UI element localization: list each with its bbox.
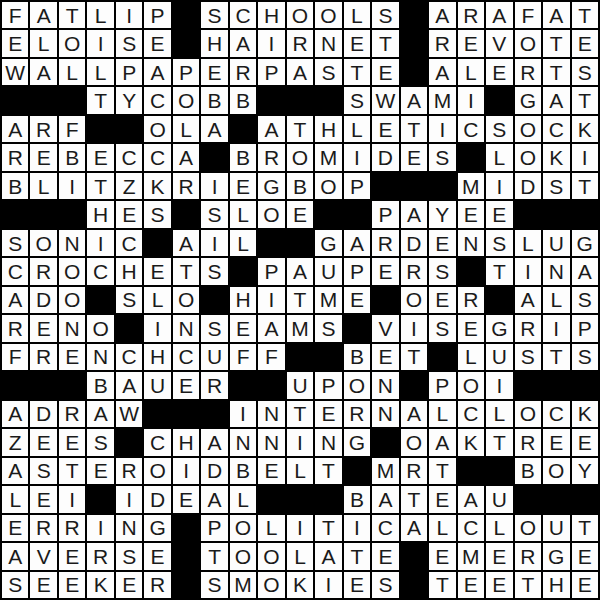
letter-cell-r12c1[interactable]: R — [2, 315, 28, 341]
letter-cell-r3c3[interactable]: L — [59, 59, 85, 85]
letter-cell-r3c12[interactable]: S — [315, 59, 341, 85]
letter-cell-r21c21[interactable]: E — [572, 572, 598, 598]
letter-cell-r15c3[interactable]: R — [59, 401, 85, 427]
letter-cell-r14c4[interactable]: B — [87, 372, 113, 398]
letter-cell-r21c10[interactable]: O — [258, 572, 284, 598]
letter-cell-r6c7[interactable]: A — [173, 144, 199, 170]
letter-cell-r16c10[interactable]: N — [258, 429, 284, 455]
letter-cell-r19c5[interactable]: N — [116, 515, 142, 541]
letter-cell-r17c11[interactable]: L — [287, 458, 313, 484]
letter-cell-r19c4[interactable]: I — [87, 515, 113, 541]
letter-cell-r11c2[interactable]: D — [30, 287, 56, 313]
letter-cell-r2c19[interactable]: O — [515, 30, 541, 56]
letter-cell-r5c1[interactable]: A — [2, 116, 28, 142]
letter-cell-r17c5[interactable]: R — [116, 458, 142, 484]
letter-cell-r11c9[interactable]: H — [230, 287, 256, 313]
letter-cell-r3c1[interactable]: W — [2, 59, 28, 85]
letter-cell-r15c11[interactable]: T — [287, 401, 313, 427]
letter-cell-r4c5[interactable]: Y — [116, 87, 142, 113]
letter-cell-r1c10[interactable]: H — [258, 2, 284, 28]
letter-cell-r4c13[interactable]: S — [344, 87, 370, 113]
letter-cell-r1c16[interactable]: A — [429, 2, 455, 28]
letter-cell-r8c18[interactable]: E — [486, 201, 512, 227]
letter-cell-r12c8[interactable]: S — [201, 315, 227, 341]
letter-cell-r10c12[interactable]: U — [315, 258, 341, 284]
letter-cell-r9c20[interactable]: U — [543, 230, 569, 256]
letter-cell-r5c12[interactable]: H — [315, 116, 341, 142]
letter-cell-r10c10[interactable]: P — [258, 258, 284, 284]
letter-cell-r18c14[interactable]: A — [372, 486, 398, 512]
letter-cell-r4c15[interactable]: A — [401, 87, 427, 113]
letter-cell-r19c12[interactable]: T — [315, 515, 341, 541]
letter-cell-r6c11[interactable]: O — [287, 144, 313, 170]
letter-cell-r15c12[interactable]: E — [315, 401, 341, 427]
letter-cell-r2c12[interactable]: N — [315, 30, 341, 56]
letter-cell-r1c8[interactable]: S — [201, 2, 227, 28]
letter-cell-r16c17[interactable]: K — [458, 429, 484, 455]
letter-cell-r11c19[interactable]: A — [515, 287, 541, 313]
letter-cell-r6c9[interactable]: B — [230, 144, 256, 170]
letter-cell-r3c17[interactable]: L — [458, 59, 484, 85]
letter-cell-r3c18[interactable]: E — [486, 59, 512, 85]
letter-cell-r12c10[interactable]: A — [258, 315, 284, 341]
letter-cell-r14c5[interactable]: A — [116, 372, 142, 398]
letter-cell-r2c13[interactable]: E — [344, 30, 370, 56]
letter-cell-r1c9[interactable]: C — [230, 2, 256, 28]
letter-cell-r21c16[interactable]: T — [429, 572, 455, 598]
letter-cell-r3c7[interactable]: P — [173, 59, 199, 85]
letter-cell-r11c13[interactable]: E — [344, 287, 370, 313]
letter-cell-r21c20[interactable]: H — [543, 572, 569, 598]
letter-cell-r6c13[interactable]: I — [344, 144, 370, 170]
letter-cell-r4c9[interactable]: B — [230, 87, 256, 113]
letter-cell-r18c6[interactable]: D — [144, 486, 170, 512]
letter-cell-r2c3[interactable]: O — [59, 30, 85, 56]
letter-cell-r21c3[interactable]: E — [59, 572, 85, 598]
letter-cell-r5c2[interactable]: R — [30, 116, 56, 142]
letter-cell-r7c4[interactable]: T — [87, 173, 113, 199]
letter-cell-r21c2[interactable]: E — [30, 572, 56, 598]
letter-cell-r15c5[interactable]: W — [116, 401, 142, 427]
letter-cell-r16c2[interactable]: E — [30, 429, 56, 455]
letter-cell-r5c17[interactable]: C — [458, 116, 484, 142]
letter-cell-r19c16[interactable]: L — [429, 515, 455, 541]
letter-cell-r6c21[interactable]: I — [572, 144, 598, 170]
letter-cell-r5c10[interactable]: A — [258, 116, 284, 142]
letter-cell-r15c2[interactable]: D — [30, 401, 56, 427]
letter-cell-r3c9[interactable]: R — [230, 59, 256, 85]
letter-cell-r4c21[interactable]: T — [572, 87, 598, 113]
letter-cell-r19c13[interactable]: I — [344, 515, 370, 541]
letter-cell-r12c18[interactable]: G — [486, 315, 512, 341]
letter-cell-r16c4[interactable]: S — [87, 429, 113, 455]
letter-cell-r4c7[interactable]: O — [173, 87, 199, 113]
letter-cell-r5c3[interactable]: F — [59, 116, 85, 142]
letter-cell-r14c14[interactable]: N — [372, 372, 398, 398]
letter-cell-r20c1[interactable]: A — [2, 543, 28, 569]
letter-cell-r19c11[interactable]: I — [287, 515, 313, 541]
letter-cell-r16c19[interactable]: R — [515, 429, 541, 455]
letter-cell-r11c1[interactable]: A — [2, 287, 28, 313]
letter-cell-r5c15[interactable]: T — [401, 116, 427, 142]
letter-cell-r21c13[interactable]: E — [344, 572, 370, 598]
letter-cell-r11c7[interactable]: O — [173, 287, 199, 313]
letter-cell-r20c14[interactable]: E — [372, 543, 398, 569]
letter-cell-r6c3[interactable]: B — [59, 144, 85, 170]
letter-cell-r2c8[interactable]: H — [201, 30, 227, 56]
letter-cell-r1c18[interactable]: A — [486, 2, 512, 28]
letter-cell-r3c8[interactable]: E — [201, 59, 227, 85]
letter-cell-r14c11[interactable]: U — [287, 372, 313, 398]
letter-cell-r2c11[interactable]: R — [287, 30, 313, 56]
letter-cell-r6c16[interactable]: S — [429, 144, 455, 170]
letter-cell-r16c6[interactable]: C — [144, 429, 170, 455]
letter-cell-r16c15[interactable]: O — [401, 429, 427, 455]
letter-cell-r20c2[interactable]: V — [30, 543, 56, 569]
letter-cell-r16c3[interactable]: E — [59, 429, 85, 455]
letter-cell-r8c10[interactable]: O — [258, 201, 284, 227]
letter-cell-r4c20[interactable]: A — [543, 87, 569, 113]
letter-cell-r13c10[interactable]: F — [258, 344, 284, 370]
letter-cell-r10c20[interactable]: N — [543, 258, 569, 284]
letter-cell-r17c3[interactable]: T — [59, 458, 85, 484]
letter-cell-r16c20[interactable]: E — [543, 429, 569, 455]
letter-cell-r4c17[interactable]: I — [458, 87, 484, 113]
letter-cell-r12c16[interactable]: S — [429, 315, 455, 341]
letter-cell-r6c10[interactable]: R — [258, 144, 284, 170]
letter-cell-r10c1[interactable]: C — [2, 258, 28, 284]
letter-cell-r6c4[interactable]: E — [87, 144, 113, 170]
letter-cell-r3c11[interactable]: A — [287, 59, 313, 85]
letter-cell-r11c5[interactable]: S — [116, 287, 142, 313]
letter-cell-r17c12[interactable]: T — [315, 458, 341, 484]
letter-cell-r12c7[interactable]: N — [173, 315, 199, 341]
letter-cell-r6c14[interactable]: D — [372, 144, 398, 170]
letter-cell-r12c17[interactable]: E — [458, 315, 484, 341]
letter-cell-r18c9[interactable]: L — [230, 486, 256, 512]
letter-cell-r1c6[interactable]: P — [144, 2, 170, 28]
letter-cell-r19c1[interactable]: E — [2, 515, 28, 541]
letter-cell-r8c8[interactable]: S — [201, 201, 227, 227]
letter-cell-r7c9[interactable]: E — [230, 173, 256, 199]
letter-cell-r7c10[interactable]: G — [258, 173, 284, 199]
letter-cell-r13c18[interactable]: U — [486, 344, 512, 370]
letter-cell-r12c11[interactable]: M — [287, 315, 313, 341]
letter-cell-r8c4[interactable]: H — [87, 201, 113, 227]
letter-cell-r9c13[interactable]: A — [344, 230, 370, 256]
letter-cell-r4c8[interactable]: B — [201, 87, 227, 113]
letter-cell-r20c10[interactable]: O — [258, 543, 284, 569]
letter-cell-r5c8[interactable]: A — [201, 116, 227, 142]
letter-cell-r20c17[interactable]: M — [458, 543, 484, 569]
letter-cell-r16c12[interactable]: N — [315, 429, 341, 455]
letter-cell-r19c21[interactable]: T — [572, 515, 598, 541]
letter-cell-r10c6[interactable]: E — [144, 258, 170, 284]
letter-cell-r15c20[interactable]: C — [543, 401, 569, 427]
letter-cell-r4c6[interactable]: C — [144, 87, 170, 113]
letter-cell-r5c18[interactable]: S — [486, 116, 512, 142]
letter-cell-r17c8[interactable]: D — [201, 458, 227, 484]
letter-cell-r1c17[interactable]: R — [458, 2, 484, 28]
letter-cell-r18c5[interactable]: I — [116, 486, 142, 512]
letter-cell-r18c8[interactable]: A — [201, 486, 227, 512]
letter-cell-r14c12[interactable]: P — [315, 372, 341, 398]
letter-cell-r6c18[interactable]: L — [486, 144, 512, 170]
letter-cell-r10c18[interactable]: T — [486, 258, 512, 284]
letter-cell-r21c19[interactable]: T — [515, 572, 541, 598]
letter-cell-r5c7[interactable]: L — [173, 116, 199, 142]
letter-cell-r15c1[interactable]: A — [2, 401, 28, 427]
letter-cell-r8c17[interactable]: E — [458, 201, 484, 227]
letter-cell-r7c5[interactable]: Z — [116, 173, 142, 199]
letter-cell-r15c15[interactable]: A — [401, 401, 427, 427]
letter-cell-r5c16[interactable]: I — [429, 116, 455, 142]
letter-cell-r14c18[interactable]: I — [486, 372, 512, 398]
letter-cell-r10c15[interactable]: R — [401, 258, 427, 284]
letter-cell-r3c20[interactable]: T — [543, 59, 569, 85]
letter-cell-r12c14[interactable]: V — [372, 315, 398, 341]
letter-cell-r16c8[interactable]: A — [201, 429, 227, 455]
letter-cell-r21c11[interactable]: K — [287, 572, 313, 598]
letter-cell-r13c9[interactable]: F — [230, 344, 256, 370]
letter-cell-r13c17[interactable]: L — [458, 344, 484, 370]
letter-cell-r3c13[interactable]: T — [344, 59, 370, 85]
letter-cell-r5c20[interactable]: C — [543, 116, 569, 142]
letter-cell-r17c20[interactable]: O — [543, 458, 569, 484]
letter-cell-r2c20[interactable]: T — [543, 30, 569, 56]
letter-cell-r6c15[interactable]: E — [401, 144, 427, 170]
letter-cell-r9c2[interactable]: O — [30, 230, 56, 256]
letter-cell-r9c14[interactable]: R — [372, 230, 398, 256]
letter-cell-r3c4[interactable]: L — [87, 59, 113, 85]
letter-cell-r19c14[interactable]: C — [372, 515, 398, 541]
letter-cell-r14c13[interactable]: O — [344, 372, 370, 398]
letter-cell-r2c16[interactable]: R — [429, 30, 455, 56]
letter-cell-r16c11[interactable]: I — [287, 429, 313, 455]
letter-cell-r7c12[interactable]: O — [315, 173, 341, 199]
letter-cell-r16c1[interactable]: Z — [2, 429, 28, 455]
letter-cell-r19c6[interactable]: G — [144, 515, 170, 541]
letter-cell-r8c14[interactable]: P — [372, 201, 398, 227]
letter-cell-r3c21[interactable]: S — [572, 59, 598, 85]
letter-cell-r9c9[interactable]: L — [230, 230, 256, 256]
letter-cell-r7c17[interactable]: M — [458, 173, 484, 199]
letter-cell-r7c6[interactable]: K — [144, 173, 170, 199]
letter-cell-r7c8[interactable]: I — [201, 173, 227, 199]
letter-cell-r20c3[interactable]: E — [59, 543, 85, 569]
letter-cell-r11c15[interactable]: O — [401, 287, 427, 313]
letter-cell-r15c14[interactable]: N — [372, 401, 398, 427]
letter-cell-r1c21[interactable]: T — [572, 2, 598, 28]
letter-cell-r10c14[interactable]: E — [372, 258, 398, 284]
letter-cell-r1c20[interactable]: A — [543, 2, 569, 28]
letter-cell-r18c18[interactable]: U — [486, 486, 512, 512]
letter-cell-r12c3[interactable]: N — [59, 315, 85, 341]
letter-cell-r15c16[interactable]: L — [429, 401, 455, 427]
letter-cell-r19c20[interactable]: U — [543, 515, 569, 541]
letter-cell-r20c12[interactable]: A — [315, 543, 341, 569]
letter-cell-r7c13[interactable]: P — [344, 173, 370, 199]
letter-cell-r13c20[interactable]: T — [543, 344, 569, 370]
letter-cell-r18c1[interactable]: L — [2, 486, 28, 512]
letter-cell-r19c3[interactable]: R — [59, 515, 85, 541]
letter-cell-r5c11[interactable]: T — [287, 116, 313, 142]
letter-cell-r4c14[interactable]: W — [372, 87, 398, 113]
letter-cell-r8c11[interactable]: E — [287, 201, 313, 227]
letter-cell-r1c14[interactable]: S — [372, 2, 398, 28]
letter-cell-r15c18[interactable]: L — [486, 401, 512, 427]
letter-cell-r13c8[interactable]: U — [201, 344, 227, 370]
letter-cell-r7c3[interactable]: I — [59, 173, 85, 199]
letter-cell-r8c16[interactable]: Y — [429, 201, 455, 227]
letter-cell-r1c3[interactable]: T — [59, 2, 85, 28]
letter-cell-r16c7[interactable]: H — [173, 429, 199, 455]
letter-cell-r6c19[interactable]: O — [515, 144, 541, 170]
letter-cell-r13c5[interactable]: C — [116, 344, 142, 370]
letter-cell-r20c21[interactable]: E — [572, 543, 598, 569]
letter-cell-r3c14[interactable]: E — [372, 59, 398, 85]
letter-cell-r9c21[interactable]: G — [572, 230, 598, 256]
letter-cell-r17c16[interactable]: T — [429, 458, 455, 484]
letter-cell-r21c17[interactable]: E — [458, 572, 484, 598]
letter-cell-r3c19[interactable]: R — [515, 59, 541, 85]
letter-cell-r11c3[interactable]: O — [59, 287, 85, 313]
letter-cell-r8c5[interactable]: E — [116, 201, 142, 227]
letter-cell-r1c13[interactable]: L — [344, 2, 370, 28]
letter-cell-r19c19[interactable]: O — [515, 515, 541, 541]
letter-cell-r13c15[interactable]: T — [401, 344, 427, 370]
letter-cell-r11c21[interactable]: S — [572, 287, 598, 313]
letter-cell-r18c3[interactable]: I — [59, 486, 85, 512]
letter-cell-r21c14[interactable]: S — [372, 572, 398, 598]
letter-cell-r17c6[interactable]: O — [144, 458, 170, 484]
letter-cell-r5c13[interactable]: L — [344, 116, 370, 142]
letter-cell-r3c5[interactable]: P — [116, 59, 142, 85]
letter-cell-r3c16[interactable]: A — [429, 59, 455, 85]
letter-cell-r10c13[interactable]: P — [344, 258, 370, 284]
letter-cell-r14c16[interactable]: P — [429, 372, 455, 398]
letter-cell-r12c4[interactable]: O — [87, 315, 113, 341]
letter-cell-r5c21[interactable]: K — [572, 116, 598, 142]
letter-cell-r11c10[interactable]: I — [258, 287, 284, 313]
letter-cell-r8c9[interactable]: L — [230, 201, 256, 227]
letter-cell-r10c16[interactable]: S — [429, 258, 455, 284]
letter-cell-r12c2[interactable]: E — [30, 315, 56, 341]
letter-cell-r10c3[interactable]: O — [59, 258, 85, 284]
letter-cell-r16c21[interactable]: E — [572, 429, 598, 455]
letter-cell-r11c11[interactable]: T — [287, 287, 313, 313]
letter-cell-r2c17[interactable]: E — [458, 30, 484, 56]
letter-cell-r17c10[interactable]: E — [258, 458, 284, 484]
letter-cell-r6c2[interactable]: E — [30, 144, 56, 170]
letter-cell-r19c9[interactable]: O — [230, 515, 256, 541]
letter-cell-r1c2[interactable]: A — [30, 2, 56, 28]
letter-cell-r3c6[interactable]: A — [144, 59, 170, 85]
letter-cell-r15c13[interactable]: R — [344, 401, 370, 427]
letter-cell-r7c21[interactable]: T — [572, 173, 598, 199]
letter-cell-r12c9[interactable]: E — [230, 315, 256, 341]
letter-cell-r17c1[interactable]: A — [2, 458, 28, 484]
letter-cell-r21c18[interactable]: E — [486, 572, 512, 598]
letter-cell-r5c14[interactable]: E — [372, 116, 398, 142]
letter-cell-r12c19[interactable]: R — [515, 315, 541, 341]
letter-cell-r15c9[interactable]: I — [230, 401, 256, 427]
letter-cell-r7c19[interactable]: D — [515, 173, 541, 199]
letter-cell-r12c12[interactable]: S — [315, 315, 341, 341]
letter-cell-r13c7[interactable]: C — [173, 344, 199, 370]
letter-cell-r1c1[interactable]: F — [2, 2, 28, 28]
letter-cell-r14c6[interactable]: U — [144, 372, 170, 398]
letter-cell-r18c17[interactable]: A — [458, 486, 484, 512]
letter-cell-r19c15[interactable]: A — [401, 515, 427, 541]
letter-cell-r19c18[interactable]: L — [486, 515, 512, 541]
letter-cell-r13c2[interactable]: R — [30, 344, 56, 370]
letter-cell-r20c16[interactable]: E — [429, 543, 455, 569]
letter-cell-r11c20[interactable]: L — [543, 287, 569, 313]
letter-cell-r10c21[interactable]: A — [572, 258, 598, 284]
letter-cell-r7c20[interactable]: S — [543, 173, 569, 199]
letter-cell-r1c4[interactable]: L — [87, 2, 113, 28]
letter-cell-r14c8[interactable]: R — [201, 372, 227, 398]
letter-cell-r16c16[interactable]: A — [429, 429, 455, 455]
letter-cell-r19c10[interactable]: L — [258, 515, 284, 541]
letter-cell-r3c10[interactable]: P — [258, 59, 284, 85]
letter-cell-r9c12[interactable]: G — [315, 230, 341, 256]
letter-cell-r18c15[interactable]: T — [401, 486, 427, 512]
letter-cell-r9c3[interactable]: N — [59, 230, 85, 256]
letter-cell-r13c19[interactable]: S — [515, 344, 541, 370]
letter-cell-r11c12[interactable]: M — [315, 287, 341, 313]
letter-cell-r20c8[interactable]: T — [201, 543, 227, 569]
letter-cell-r17c7[interactable]: I — [173, 458, 199, 484]
letter-cell-r18c7[interactable]: E — [173, 486, 199, 512]
letter-cell-r10c11[interactable]: A — [287, 258, 313, 284]
letter-cell-r9c1[interactable]: S — [2, 230, 28, 256]
letter-cell-r19c17[interactable]: C — [458, 515, 484, 541]
letter-cell-r12c20[interactable]: I — [543, 315, 569, 341]
letter-cell-r2c18[interactable]: V — [486, 30, 512, 56]
letter-cell-r9c8[interactable]: I — [201, 230, 227, 256]
letter-cell-r9c5[interactable]: C — [116, 230, 142, 256]
letter-cell-r4c19[interactable]: G — [515, 87, 541, 113]
letter-cell-r15c17[interactable]: C — [458, 401, 484, 427]
letter-cell-r4c16[interactable]: M — [429, 87, 455, 113]
letter-cell-r21c8[interactable]: S — [201, 572, 227, 598]
letter-cell-r7c18[interactable]: I — [486, 173, 512, 199]
letter-cell-r21c1[interactable]: S — [2, 572, 28, 598]
letter-cell-r11c6[interactable]: L — [144, 287, 170, 313]
letter-cell-r10c5[interactable]: H — [116, 258, 142, 284]
letter-cell-r12c15[interactable]: I — [401, 315, 427, 341]
letter-cell-r11c16[interactable]: E — [429, 287, 455, 313]
letter-cell-r18c16[interactable]: E — [429, 486, 455, 512]
letter-cell-r6c5[interactable]: C — [116, 144, 142, 170]
letter-cell-r1c19[interactable]: F — [515, 2, 541, 28]
letter-cell-r10c19[interactable]: I — [515, 258, 541, 284]
letter-cell-r6c20[interactable]: K — [543, 144, 569, 170]
letter-cell-r20c6[interactable]: E — [144, 543, 170, 569]
letter-cell-r13c1[interactable]: F — [2, 344, 28, 370]
letter-cell-r20c4[interactable]: R — [87, 543, 113, 569]
letter-cell-r10c2[interactable]: R — [30, 258, 56, 284]
letter-cell-r19c2[interactable]: R — [30, 515, 56, 541]
letter-cell-r5c6[interactable]: O — [144, 116, 170, 142]
letter-cell-r20c13[interactable]: T — [344, 543, 370, 569]
letter-cell-r9c16[interactable]: E — [429, 230, 455, 256]
letter-cell-r17c9[interactable]: B — [230, 458, 256, 484]
letter-cell-r15c4[interactable]: A — [87, 401, 113, 427]
letter-cell-r20c5[interactable]: S — [116, 543, 142, 569]
